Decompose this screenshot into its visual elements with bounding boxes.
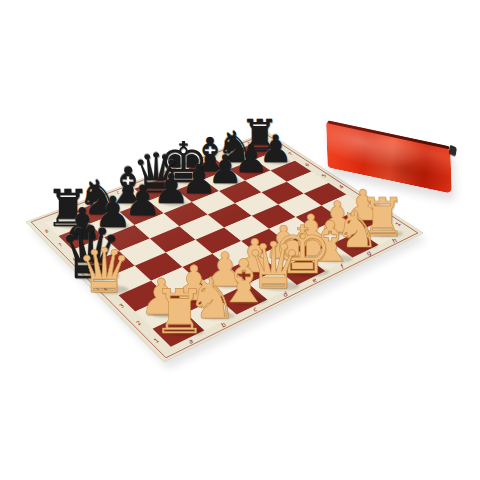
piece-shadow bbox=[354, 217, 379, 223]
piece-shadow bbox=[145, 187, 178, 195]
piece-shadow bbox=[227, 158, 253, 164]
piece-shadow bbox=[261, 282, 300, 291]
piece-shadow bbox=[118, 198, 148, 205]
piece-shadow bbox=[184, 296, 213, 303]
piece-shadow bbox=[191, 189, 215, 195]
piece-shadow bbox=[92, 285, 129, 294]
piece-shadow bbox=[251, 148, 278, 154]
piece-shadow bbox=[163, 200, 188, 206]
piece-shadow bbox=[134, 211, 159, 217]
piece-shadow bbox=[89, 210, 118, 217]
piece-shadow bbox=[274, 254, 301, 260]
piece-shadow bbox=[329, 229, 355, 235]
piece-shadow bbox=[319, 255, 352, 263]
piece-shadow bbox=[167, 327, 204, 336]
piece-shadow bbox=[73, 235, 99, 241]
chess-board: aabbccddeeffgghh8877665544332211 bbox=[0, 0, 480, 480]
piece-shadow bbox=[201, 312, 235, 320]
piece-shadow bbox=[76, 271, 120, 281]
piece-shadow bbox=[246, 268, 274, 274]
piece-shadow bbox=[217, 179, 241, 185]
piece-shadow bbox=[243, 169, 266, 174]
piece-shadow bbox=[347, 242, 377, 249]
piece-shadow bbox=[302, 242, 329, 248]
piece-shadow bbox=[104, 223, 130, 229]
piece-shadow bbox=[232, 296, 268, 304]
piece-shadow bbox=[152, 311, 182, 318]
piece-shadow bbox=[200, 167, 228, 174]
piece-shadow bbox=[216, 281, 244, 288]
product-photo: aabbccddeeffgghh8877665544332211 ♜♞♟♝♟♚♟… bbox=[0, 0, 480, 480]
piece-shadow bbox=[372, 230, 403, 237]
piece-shadow bbox=[289, 268, 329, 277]
piece-shadow bbox=[172, 177, 206, 185]
bag-zipper-pull-icon bbox=[449, 145, 457, 156]
piece-shadow bbox=[58, 221, 89, 228]
piece-shadow bbox=[268, 159, 291, 164]
